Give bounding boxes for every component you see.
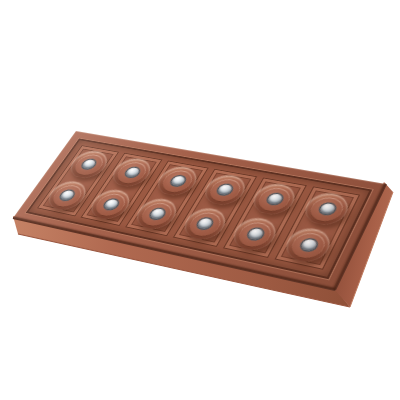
pit-r1-c5[interactable] xyxy=(249,182,301,217)
pit-r2-c3[interactable] xyxy=(131,197,182,232)
pit-r1-c4[interactable] xyxy=(200,173,251,207)
pit-r1-c2[interactable] xyxy=(108,157,157,189)
pit-r2-c5[interactable] xyxy=(229,216,283,254)
pit-r2-c2[interactable] xyxy=(86,188,136,222)
pit-r2-c1[interactable] xyxy=(43,179,92,212)
metal-stud xyxy=(318,203,336,216)
metal-stud xyxy=(266,193,284,205)
metal-stud xyxy=(124,167,141,178)
pit-r2-c4[interactable] xyxy=(179,206,232,242)
metal-stud xyxy=(169,175,186,186)
pit-r1-c6[interactable] xyxy=(300,191,354,228)
pit-r1-c1[interactable] xyxy=(65,149,113,180)
metal-stud xyxy=(148,208,166,220)
metal-stud xyxy=(246,228,264,241)
metal-stud xyxy=(81,159,98,170)
pit-r2-c6[interactable] xyxy=(281,226,336,265)
metal-stud xyxy=(217,184,235,196)
product-photo-stage xyxy=(0,0,400,400)
pit-r1-c3[interactable] xyxy=(153,165,203,198)
metal-stud xyxy=(59,190,76,201)
metal-stud xyxy=(103,199,120,211)
metal-stud xyxy=(196,217,214,229)
metal-stud xyxy=(299,238,318,251)
